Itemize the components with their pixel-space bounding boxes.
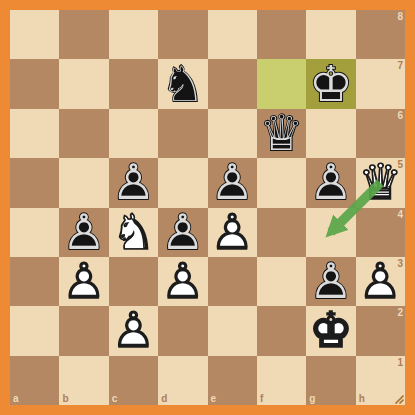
black-king[interactable]: ♚♔ (306, 59, 355, 108)
white-pawn-outline: ♙ (210, 208, 254, 257)
square-e2[interactable] (208, 306, 257, 355)
square-e6[interactable] (208, 109, 257, 158)
square-h5[interactable]: ♛♕5 (356, 158, 405, 207)
white-king[interactable]: ♚♔ (306, 306, 355, 355)
black-pawn[interactable]: ♟♙ (208, 158, 257, 207)
black-knight-outline: ♘ (161, 60, 205, 109)
square-a1[interactable]: a (10, 356, 59, 405)
square-f6[interactable]: ♛♕ (257, 109, 306, 158)
black-king-outline: ♔ (309, 60, 353, 109)
white-queen[interactable]: ♛♕ (356, 158, 405, 207)
black-pawn[interactable]: ♟♙ (109, 158, 158, 207)
square-b4[interactable]: ♟♙ (59, 208, 108, 257)
coord-rank-8: 8 (397, 12, 403, 22)
square-f2[interactable] (257, 306, 306, 355)
coord-file-b: b (62, 394, 68, 404)
black-queen-outline: ♕ (260, 109, 304, 158)
square-a6[interactable] (10, 109, 59, 158)
coord-rank-1: 1 (397, 358, 403, 368)
square-g2[interactable]: ♚♔ (306, 306, 355, 355)
square-e1[interactable]: e (208, 356, 257, 405)
black-knight[interactable]: ♞♘ (158, 59, 207, 108)
square-e3[interactable] (208, 257, 257, 306)
square-a4[interactable] (10, 208, 59, 257)
square-b5[interactable] (59, 158, 108, 207)
square-g5[interactable]: ♟♙ (306, 158, 355, 207)
square-c6[interactable] (109, 109, 158, 158)
coord-file-e: e (211, 394, 217, 404)
square-g3[interactable]: ♟♙ (306, 257, 355, 306)
square-b3[interactable]: ♟♙ (59, 257, 108, 306)
white-knight-outline: ♘ (111, 208, 155, 257)
coord-file-f: f (260, 394, 263, 404)
square-d3[interactable]: ♟♙ (158, 257, 207, 306)
black-pawn-outline: ♙ (210, 158, 254, 207)
white-pawn-outline: ♙ (358, 257, 402, 306)
square-g4[interactable] (306, 208, 355, 257)
square-b1[interactable]: b (59, 356, 108, 405)
black-pawn-outline: ♙ (309, 158, 353, 207)
square-h4[interactable]: 4 (356, 208, 405, 257)
square-g1[interactable]: g (306, 356, 355, 405)
square-c3[interactable] (109, 257, 158, 306)
white-pawn-outline: ♙ (161, 257, 205, 306)
square-d2[interactable] (158, 306, 207, 355)
square-f4[interactable] (257, 208, 306, 257)
square-g8[interactable] (306, 10, 355, 59)
black-pawn[interactable]: ♟♙ (158, 208, 207, 257)
square-f8[interactable] (257, 10, 306, 59)
square-a3[interactable] (10, 257, 59, 306)
coord-file-d: d (161, 394, 167, 404)
black-queen[interactable]: ♛♕ (257, 109, 306, 158)
white-pawn-outline: ♙ (111, 306, 155, 355)
resize-handle-icon[interactable] (393, 393, 404, 404)
square-e5[interactable]: ♟♙ (208, 158, 257, 207)
square-d1[interactable]: d (158, 356, 207, 405)
square-g7[interactable]: ♚♔ (306, 59, 355, 108)
board-frame: 8♞♘♚♔7♛♕6♟♙♟♙♟♙♛♕5♟♙♞♘♟♙♟♙4♟♙♟♙♟♙♟♙3♟♙♚♔… (0, 0, 415, 415)
coord-file-a: a (13, 394, 19, 404)
square-h6[interactable]: 6 (356, 109, 405, 158)
white-pawn[interactable]: ♟♙ (208, 208, 257, 257)
square-e4[interactable]: ♟♙ (208, 208, 257, 257)
square-h7[interactable]: 7 (356, 59, 405, 108)
square-h2[interactable]: 2 (356, 306, 405, 355)
black-pawn-outline: ♙ (309, 257, 353, 306)
white-pawn-outline: ♙ (62, 257, 106, 306)
square-d8[interactable] (158, 10, 207, 59)
black-pawn[interactable]: ♟♙ (306, 257, 355, 306)
square-b7[interactable] (59, 59, 108, 108)
coord-rank-4: 4 (397, 210, 403, 220)
black-pawn-outline: ♙ (161, 208, 205, 257)
square-d5[interactable] (158, 158, 207, 207)
white-king-outline: ♔ (309, 306, 353, 355)
coord-rank-6: 6 (397, 111, 403, 121)
board: 8♞♘♚♔7♛♕6♟♙♟♙♟♙♛♕5♟♙♞♘♟♙♟♙4♟♙♟♙♟♙♟♙3♟♙♚♔… (10, 10, 405, 405)
white-pawn[interactable]: ♟♙ (59, 257, 108, 306)
square-d6[interactable] (158, 109, 207, 158)
square-f3[interactable] (257, 257, 306, 306)
square-c4[interactable]: ♞♘ (109, 208, 158, 257)
coord-file-h: h (359, 394, 365, 404)
square-a8[interactable] (10, 10, 59, 59)
white-pawn[interactable]: ♟♙ (158, 257, 207, 306)
square-f5[interactable] (257, 158, 306, 207)
square-a7[interactable] (10, 59, 59, 108)
square-d7[interactable]: ♞♘ (158, 59, 207, 108)
square-f7[interactable] (257, 59, 306, 108)
square-g6[interactable] (306, 109, 355, 158)
white-pawn[interactable]: ♟♙ (356, 257, 405, 306)
square-c5[interactable]: ♟♙ (109, 158, 158, 207)
square-b8[interactable] (59, 10, 108, 59)
white-knight[interactable]: ♞♘ (109, 208, 158, 257)
board-squares[interactable]: 8♞♘♚♔7♛♕6♟♙♟♙♟♙♛♕5♟♙♞♘♟♙♟♙4♟♙♟♙♟♙♟♙3♟♙♚♔… (10, 10, 405, 405)
square-f1[interactable]: f (257, 356, 306, 405)
black-pawn-outline: ♙ (62, 208, 106, 257)
white-pawn[interactable]: ♟♙ (109, 306, 158, 355)
black-pawn[interactable]: ♟♙ (306, 158, 355, 207)
black-pawn[interactable]: ♟♙ (59, 208, 108, 257)
square-c1[interactable]: c (109, 356, 158, 405)
square-a5[interactable] (10, 158, 59, 207)
square-c7[interactable] (109, 59, 158, 108)
square-b6[interactable] (59, 109, 108, 158)
coord-rank-7: 7 (397, 61, 403, 71)
black-pawn-outline: ♙ (111, 158, 155, 207)
square-h3[interactable]: ♟♙3 (356, 257, 405, 306)
square-a2[interactable] (10, 306, 59, 355)
square-h8[interactable]: 8 (356, 10, 405, 59)
square-e8[interactable] (208, 10, 257, 59)
coord-file-g: g (309, 394, 315, 404)
square-b2[interactable] (59, 306, 108, 355)
square-c2[interactable]: ♟♙ (109, 306, 158, 355)
square-c8[interactable] (109, 10, 158, 59)
square-e7[interactable] (208, 59, 257, 108)
square-d4[interactable]: ♟♙ (158, 208, 207, 257)
white-queen-outline: ♕ (358, 158, 402, 207)
coord-file-c: c (112, 394, 118, 404)
